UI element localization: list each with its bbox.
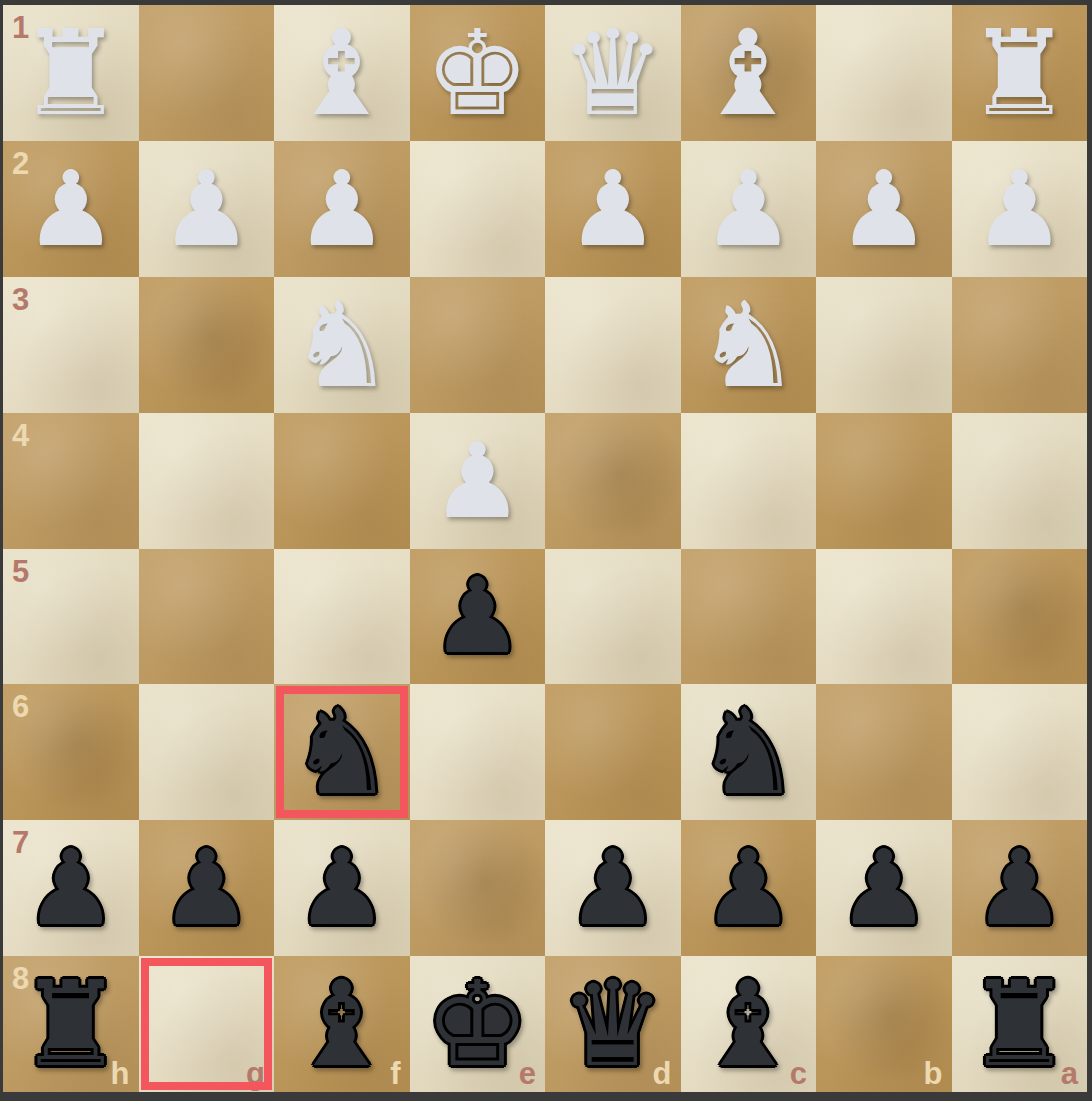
square-f7[interactable]: ♟ xyxy=(274,820,410,956)
square-h6[interactable]: 6 xyxy=(3,684,139,820)
white-rook[interactable]: ♜ xyxy=(952,5,1088,141)
rank-label-6: 6 xyxy=(12,691,29,722)
square-b2[interactable]: ♟ xyxy=(816,141,952,277)
white-pawn[interactable]: ♟ xyxy=(410,413,546,549)
square-e8[interactable]: e♚ xyxy=(410,956,546,1092)
square-d1[interactable]: ♛ xyxy=(545,5,681,141)
black-bishop[interactable]: ♝ xyxy=(681,956,817,1092)
square-d3[interactable] xyxy=(545,277,681,413)
white-pawn[interactable]: ♟ xyxy=(3,141,139,277)
square-f8[interactable]: f♝ xyxy=(274,956,410,1092)
black-bishop[interactable]: ♝ xyxy=(274,956,410,1092)
square-a3[interactable] xyxy=(952,277,1088,413)
square-d4[interactable] xyxy=(545,413,681,549)
white-pawn[interactable]: ♟ xyxy=(816,141,952,277)
square-e1[interactable]: ♚ xyxy=(410,5,546,141)
white-pawn[interactable]: ♟ xyxy=(274,141,410,277)
square-d8[interactable]: d♛ xyxy=(545,956,681,1092)
black-knight[interactable]: ♞ xyxy=(681,684,817,820)
black-pawn[interactable]: ♟ xyxy=(139,820,275,956)
square-c2[interactable]: ♟ xyxy=(681,141,817,277)
square-h2[interactable]: 2♟ xyxy=(3,141,139,277)
black-pawn[interactable]: ♟ xyxy=(952,820,1088,956)
square-f1[interactable]: ♝ xyxy=(274,5,410,141)
square-h1[interactable]: 1♜ xyxy=(3,5,139,141)
square-d5[interactable] xyxy=(545,549,681,685)
square-g6[interactable] xyxy=(139,684,275,820)
square-g2[interactable]: ♟ xyxy=(139,141,275,277)
square-f6[interactable]: ♞ xyxy=(274,684,410,820)
chess-board: 1♜♝♚♛♝♜2♟♟♟♟♟♟♟3♞♞4♟5♟6♞♞7♟♟♟♟♟♟♟8h♜gf♝e… xyxy=(3,5,1087,1092)
white-knight[interactable]: ♞ xyxy=(274,277,410,413)
white-queen[interactable]: ♛ xyxy=(545,5,681,141)
square-c8[interactable]: c♝ xyxy=(681,956,817,1092)
square-h7[interactable]: 7♟ xyxy=(3,820,139,956)
square-a5[interactable] xyxy=(952,549,1088,685)
square-h8[interactable]: 8h♜ xyxy=(3,956,139,1092)
black-pawn[interactable]: ♟ xyxy=(816,820,952,956)
square-e4[interactable]: ♟ xyxy=(410,413,546,549)
square-a4[interactable] xyxy=(952,413,1088,549)
white-king[interactable]: ♚ xyxy=(410,5,546,141)
square-c5[interactable] xyxy=(681,549,817,685)
black-pawn[interactable]: ♟ xyxy=(545,820,681,956)
rank-label-3: 3 xyxy=(12,284,29,315)
black-knight[interactable]: ♞ xyxy=(274,684,410,820)
black-pawn[interactable]: ♟ xyxy=(681,820,817,956)
square-c4[interactable] xyxy=(681,413,817,549)
black-pawn[interactable]: ♟ xyxy=(410,549,546,685)
square-g7[interactable]: ♟ xyxy=(139,820,275,956)
white-pawn[interactable]: ♟ xyxy=(545,141,681,277)
white-pawn[interactable]: ♟ xyxy=(681,141,817,277)
white-rook[interactable]: ♜ xyxy=(3,5,139,141)
square-a1[interactable]: ♜ xyxy=(952,5,1088,141)
black-rook[interactable]: ♜ xyxy=(952,956,1088,1092)
square-f4[interactable] xyxy=(274,413,410,549)
square-b7[interactable]: ♟ xyxy=(816,820,952,956)
square-g1[interactable] xyxy=(139,5,275,141)
square-a6[interactable] xyxy=(952,684,1088,820)
white-knight[interactable]: ♞ xyxy=(681,277,817,413)
square-e7[interactable] xyxy=(410,820,546,956)
white-pawn[interactable]: ♟ xyxy=(952,141,1088,277)
square-e6[interactable] xyxy=(410,684,546,820)
file-label-g: g xyxy=(246,1058,265,1089)
square-e3[interactable] xyxy=(410,277,546,413)
square-e2[interactable] xyxy=(410,141,546,277)
square-e5[interactable]: ♟ xyxy=(410,549,546,685)
white-bishop[interactable]: ♝ xyxy=(274,5,410,141)
square-a8[interactable]: a♜ xyxy=(952,956,1088,1092)
square-b6[interactable] xyxy=(816,684,952,820)
black-rook[interactable]: ♜ xyxy=(3,956,139,1092)
square-c7[interactable]: ♟ xyxy=(681,820,817,956)
square-b5[interactable] xyxy=(816,549,952,685)
file-label-b: b xyxy=(924,1058,943,1089)
square-h4[interactable]: 4 xyxy=(3,413,139,549)
square-b1[interactable] xyxy=(816,5,952,141)
square-c3[interactable]: ♞ xyxy=(681,277,817,413)
square-h3[interactable]: 3 xyxy=(3,277,139,413)
square-c1[interactable]: ♝ xyxy=(681,5,817,141)
square-g3[interactable] xyxy=(139,277,275,413)
square-c6[interactable]: ♞ xyxy=(681,684,817,820)
square-a2[interactable]: ♟ xyxy=(952,141,1088,277)
square-g8[interactable]: g xyxy=(139,956,275,1092)
square-d7[interactable]: ♟ xyxy=(545,820,681,956)
white-pawn[interactable]: ♟ xyxy=(139,141,275,277)
square-b8[interactable]: b xyxy=(816,956,952,1092)
square-a7[interactable]: ♟ xyxy=(952,820,1088,956)
square-f2[interactable]: ♟ xyxy=(274,141,410,277)
chess-app-window: 1♜♝♚♛♝♜2♟♟♟♟♟♟♟3♞♞4♟5♟6♞♞7♟♟♟♟♟♟♟8h♜gf♝e… xyxy=(0,0,1092,1101)
square-f5[interactable] xyxy=(274,549,410,685)
square-f3[interactable]: ♞ xyxy=(274,277,410,413)
black-pawn[interactable]: ♟ xyxy=(274,820,410,956)
rank-label-5: 5 xyxy=(12,556,29,587)
white-bishop[interactable]: ♝ xyxy=(681,5,817,141)
square-d2[interactable]: ♟ xyxy=(545,141,681,277)
black-queen[interactable]: ♛ xyxy=(545,956,681,1092)
black-king[interactable]: ♚ xyxy=(410,956,546,1092)
square-h5[interactable]: 5 xyxy=(3,549,139,685)
rank-label-4: 4 xyxy=(12,420,29,451)
square-b3[interactable] xyxy=(816,277,952,413)
square-b4[interactable] xyxy=(816,413,952,549)
square-d6[interactable] xyxy=(545,684,681,820)
square-g4[interactable] xyxy=(139,413,275,549)
square-g5[interactable] xyxy=(139,549,275,685)
black-pawn[interactable]: ♟ xyxy=(3,820,139,956)
